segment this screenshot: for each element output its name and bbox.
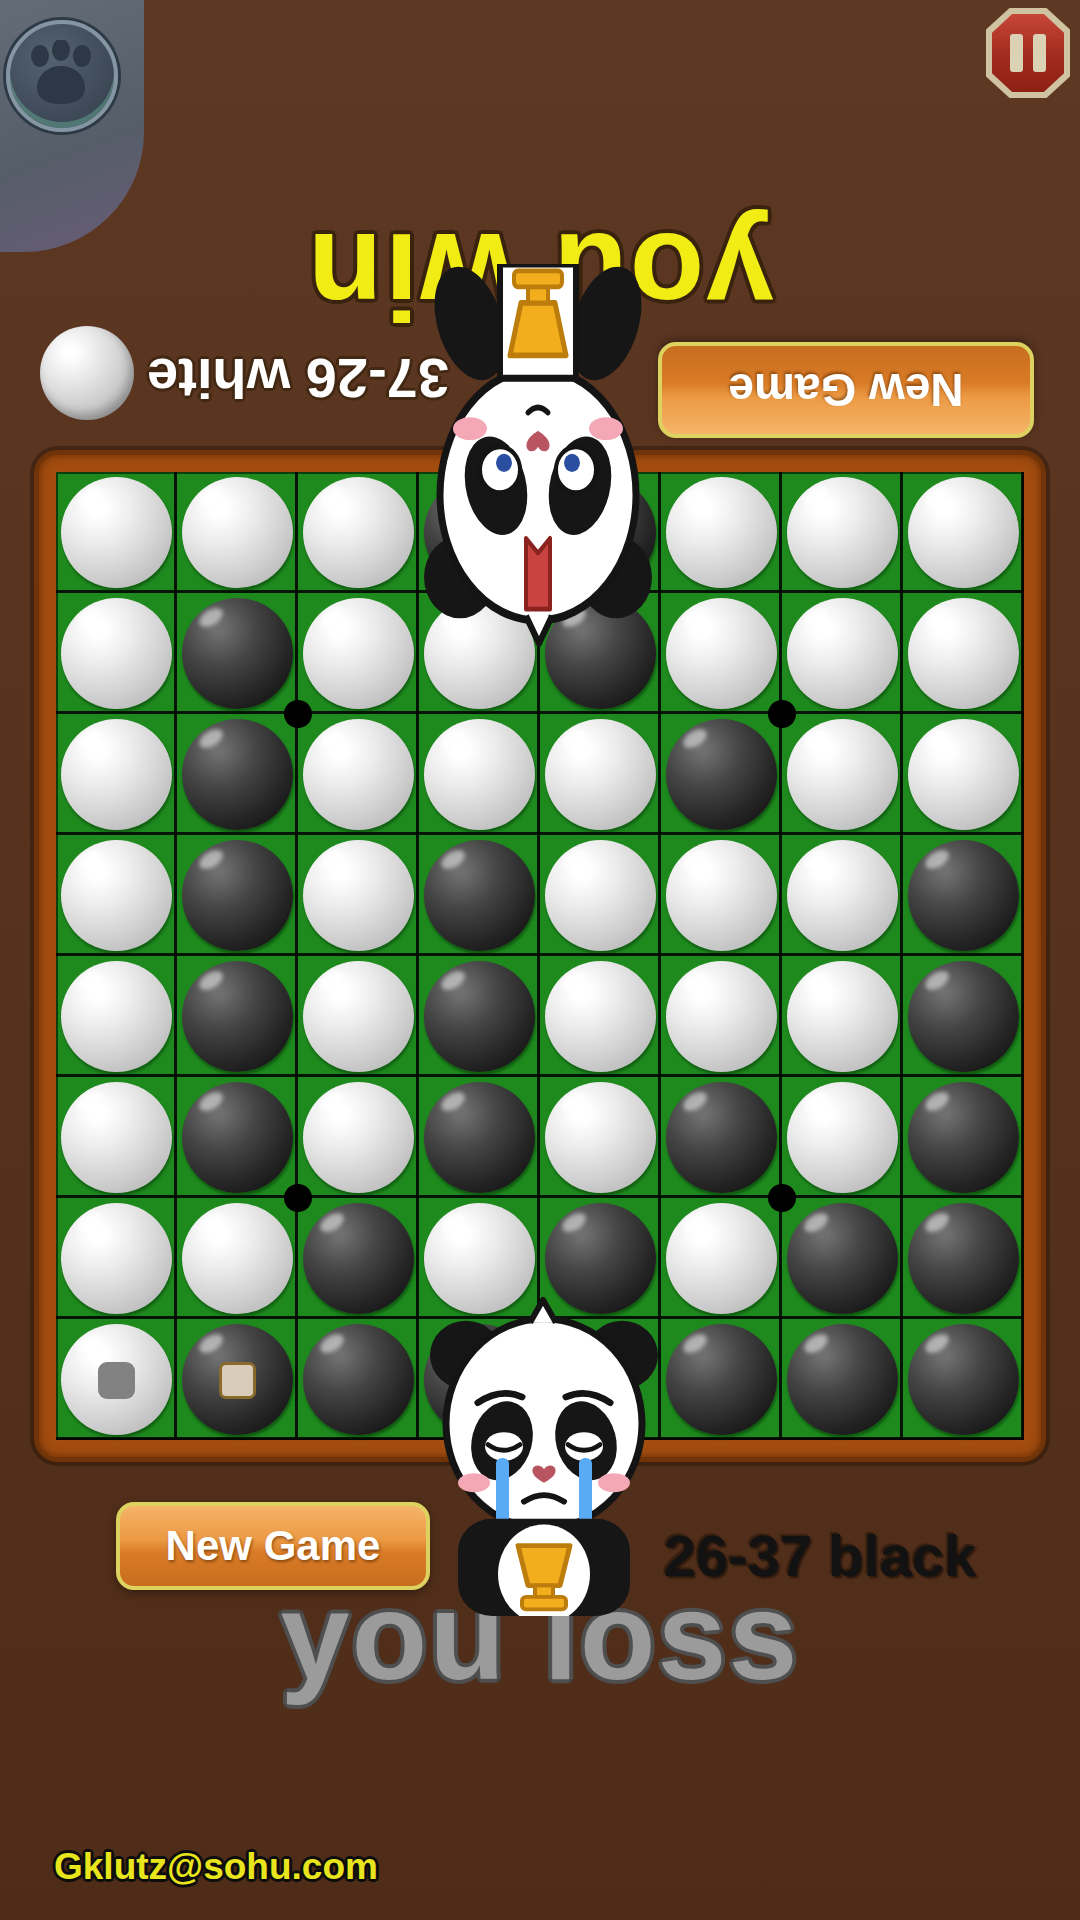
star-point xyxy=(284,700,312,728)
board-cell-b7[interactable] xyxy=(177,1198,298,1319)
board-cell-h2[interactable] xyxy=(903,593,1024,714)
board-cell-c6[interactable] xyxy=(298,1077,419,1198)
white-disc xyxy=(787,477,898,588)
white-disc xyxy=(424,719,535,830)
board-cell-e6[interactable] xyxy=(540,1077,661,1198)
black-disc xyxy=(424,477,535,588)
last-move-marker-a8 xyxy=(98,1362,135,1399)
board-cell-d8[interactable] xyxy=(419,1319,540,1440)
black-disc xyxy=(666,1324,777,1435)
board-cell-b6[interactable] xyxy=(177,1077,298,1198)
star-point xyxy=(768,700,796,728)
black-disc xyxy=(908,961,1019,1072)
board-cell-b1[interactable] xyxy=(177,472,298,593)
star-point xyxy=(284,1184,312,1212)
black-disc xyxy=(666,1082,777,1193)
board-cell-g2[interactable] xyxy=(782,593,903,714)
board-cell-c2[interactable] xyxy=(298,593,419,714)
white-disc xyxy=(303,477,414,588)
white-disc xyxy=(424,598,535,709)
top-score-label: 37-26 white xyxy=(118,336,478,420)
board-cell-d2[interactable] xyxy=(419,593,540,714)
board-cell-f7[interactable] xyxy=(661,1198,782,1319)
board-cell-f1[interactable] xyxy=(661,472,782,593)
board-grid xyxy=(56,472,1024,1440)
board-cell-f6[interactable] xyxy=(661,1077,782,1198)
board-cell-g5[interactable] xyxy=(782,956,903,1077)
black-disc xyxy=(424,961,535,1072)
black-disc xyxy=(545,598,656,709)
new-game-button-top-label: New Game xyxy=(728,363,963,417)
black-disc xyxy=(182,1082,293,1193)
black-disc xyxy=(908,840,1019,951)
board-cell-e7[interactable] xyxy=(540,1198,661,1319)
board-cell-g4[interactable] xyxy=(782,835,903,956)
white-disc xyxy=(61,1082,172,1193)
board-cell-e4[interactable] xyxy=(540,835,661,956)
black-disc xyxy=(787,1203,898,1314)
white-disc xyxy=(545,1082,656,1193)
board-cell-a7[interactable] xyxy=(56,1198,177,1319)
board-cell-c4[interactable] xyxy=(298,835,419,956)
white-disc xyxy=(787,1082,898,1193)
board-cell-h7[interactable] xyxy=(903,1198,1024,1319)
board-cell-d4[interactable] xyxy=(419,835,540,956)
board-cell-d7[interactable] xyxy=(419,1198,540,1319)
white-disc xyxy=(545,961,656,1072)
white-disc xyxy=(303,598,414,709)
black-disc xyxy=(182,719,293,830)
pause-icon xyxy=(986,8,1070,98)
board-cell-d1[interactable] xyxy=(419,472,540,593)
paw-icon[interactable] xyxy=(6,20,118,132)
black-disc xyxy=(545,1203,656,1314)
white-disc xyxy=(182,477,293,588)
black-disc xyxy=(182,840,293,951)
pause-button[interactable] xyxy=(986,8,1070,98)
board-cell-f4[interactable] xyxy=(661,835,782,956)
black-disc xyxy=(787,1324,898,1435)
new-game-button-top[interactable]: New Game xyxy=(658,342,1034,438)
white-disc xyxy=(666,598,777,709)
white-disc xyxy=(61,598,172,709)
white-disc xyxy=(666,961,777,1072)
black-disc xyxy=(303,1324,414,1435)
white-disc xyxy=(908,719,1019,830)
black-disc xyxy=(182,961,293,1072)
board-cell-a4[interactable] xyxy=(56,835,177,956)
white-disc xyxy=(787,598,898,709)
board-cell-h5[interactable] xyxy=(903,956,1024,1077)
white-disc xyxy=(303,961,414,1072)
white-disc xyxy=(303,1082,414,1193)
board-cell-f5[interactable] xyxy=(661,956,782,1077)
last-move-marker-b8 xyxy=(219,1362,256,1399)
star-point xyxy=(768,1184,796,1212)
white-disc xyxy=(908,477,1019,588)
white-disc xyxy=(666,1203,777,1314)
board-cell-d3[interactable] xyxy=(419,714,540,835)
board-cell-a2[interactable] xyxy=(56,593,177,714)
black-disc xyxy=(666,719,777,830)
board-cell-b4[interactable] xyxy=(177,835,298,956)
board-cell-h1[interactable] xyxy=(903,472,1024,593)
board-cell-a1[interactable] xyxy=(56,472,177,593)
white-disc xyxy=(545,840,656,951)
black-disc xyxy=(182,598,293,709)
black-disc xyxy=(424,840,535,951)
white-disc xyxy=(666,840,777,951)
board-cell-c3[interactable] xyxy=(298,714,419,835)
board-cell-e2[interactable] xyxy=(540,593,661,714)
black-disc xyxy=(424,1082,535,1193)
board-cell-h3[interactable] xyxy=(903,714,1024,835)
white-disc xyxy=(787,840,898,951)
board-cell-c1[interactable] xyxy=(298,472,419,593)
board-cell-g8[interactable] xyxy=(782,1319,903,1440)
credit-text: Gklutz@sohu.com xyxy=(54,1846,378,1888)
bottom-result-title: you loss xyxy=(0,1566,1080,1706)
board-cell-a5[interactable] xyxy=(56,956,177,1077)
board-cell-g6[interactable] xyxy=(782,1077,903,1198)
white-disc xyxy=(908,598,1019,709)
board-cell-b5[interactable] xyxy=(177,956,298,1077)
game-screen: you win 37-26 white New Game xyxy=(0,0,1080,1920)
white-disc xyxy=(182,1203,293,1314)
black-disc xyxy=(424,1324,535,1435)
black-disc xyxy=(908,1324,1019,1435)
white-disc xyxy=(666,477,777,588)
board-cell-e3[interactable] xyxy=(540,714,661,835)
white-disc xyxy=(787,719,898,830)
board-cell-b3[interactable] xyxy=(177,714,298,835)
board-cell-e5[interactable] xyxy=(540,956,661,1077)
white-disc xyxy=(61,719,172,830)
board-cell-h4[interactable] xyxy=(903,835,1024,956)
top-result-title: you win xyxy=(0,206,1080,346)
board-cell-b2[interactable] xyxy=(177,593,298,714)
white-disc xyxy=(424,1203,535,1314)
board-cell-f2[interactable] xyxy=(661,593,782,714)
paw-print-icon xyxy=(24,40,98,110)
white-disc xyxy=(303,840,414,951)
board-cell-b8[interactable] xyxy=(177,1319,298,1440)
board-cell-c5[interactable] xyxy=(298,956,419,1077)
board-cell-e8[interactable] xyxy=(540,1319,661,1440)
board-cell-c8[interactable] xyxy=(298,1319,419,1440)
white-disc xyxy=(787,961,898,1072)
board-cell-h6[interactable] xyxy=(903,1077,1024,1198)
black-disc xyxy=(908,1203,1019,1314)
board-cell-a8[interactable] xyxy=(56,1319,177,1440)
board-cell-a6[interactable] xyxy=(56,1077,177,1198)
white-disc xyxy=(303,719,414,830)
board-cell-g1[interactable] xyxy=(782,472,903,593)
board-cell-g3[interactable] xyxy=(782,714,903,835)
white-disc xyxy=(61,1203,172,1314)
new-game-button-bottom-label: New Game xyxy=(166,1522,381,1570)
board-cell-h8[interactable] xyxy=(903,1319,1024,1440)
board-cell-g7[interactable] xyxy=(782,1198,903,1319)
black-disc xyxy=(545,477,656,588)
black-disc xyxy=(908,1082,1019,1193)
black-disc xyxy=(303,1203,414,1314)
board-cell-c7[interactable] xyxy=(298,1198,419,1319)
white-disc xyxy=(61,840,172,951)
white-disc xyxy=(545,719,656,830)
white-disc xyxy=(61,961,172,1072)
board-cell-a3[interactable] xyxy=(56,714,177,835)
board-cell-f8[interactable] xyxy=(661,1319,782,1440)
white-disc xyxy=(61,477,172,588)
board-cell-d6[interactable] xyxy=(419,1077,540,1198)
board-cell-d5[interactable] xyxy=(419,956,540,1077)
board-cell-f3[interactable] xyxy=(661,714,782,835)
board-cell-e1[interactable] xyxy=(540,472,661,593)
